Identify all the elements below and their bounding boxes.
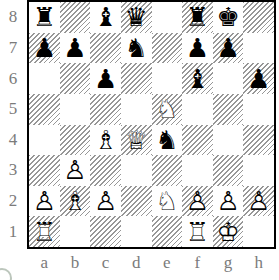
black-pawn-h6[interactable]: ♟ (243, 63, 274, 94)
piece-glyph: ♙ (247, 188, 270, 214)
square-g5[interactable] (213, 94, 244, 125)
square-e7[interactable] (152, 33, 183, 64)
piece-glyph: ♙ (94, 188, 117, 214)
square-a5[interactable] (29, 94, 60, 125)
white-bishop-c4[interactable]: ♝♗ (90, 125, 121, 156)
piece-glyph: ♖ (33, 219, 56, 245)
piece-glyph: ♙ (63, 157, 86, 183)
square-f8[interactable]: ♜ (182, 2, 213, 33)
square-e1[interactable] (152, 216, 183, 247)
square-d5[interactable] (121, 94, 152, 125)
rank-label-8: 8 (0, 2, 26, 33)
white-rook-f1[interactable]: ♜♖ (182, 216, 213, 247)
square-g2[interactable]: ♟♙ (213, 186, 244, 217)
piece-glyph: ♔ (216, 219, 239, 245)
rank-label-5: 5 (0, 94, 26, 125)
square-f3[interactable] (182, 155, 213, 186)
black-rook-a8[interactable]: ♜ (29, 2, 60, 33)
black-pawn-g7[interactable]: ♟ (213, 33, 244, 64)
rank-label-4: 4 (0, 125, 26, 156)
square-c8[interactable]: ♝ (90, 2, 121, 33)
piece-glyph: ♟ (94, 66, 117, 92)
piece-glyph: ♗ (94, 127, 117, 153)
black-knight-d7[interactable]: ♞ (121, 33, 152, 64)
square-a2[interactable]: ♟♙ (29, 186, 60, 217)
square-b2[interactable]: ♝♗ (60, 186, 91, 217)
square-c6[interactable]: ♟ (90, 63, 121, 94)
black-queen-d8[interactable]: ♛ (121, 2, 152, 33)
rank-labels: 87654321 (0, 2, 26, 247)
piece-glyph: ♝ (186, 66, 209, 92)
piece-glyph: ♟ (216, 35, 239, 61)
square-b3[interactable]: ♟♙ (60, 155, 91, 186)
file-label-a: a (29, 250, 60, 276)
black-king-g8[interactable]: ♚ (213, 2, 244, 33)
piece-glyph: ♟ (186, 35, 209, 61)
black-bishop-c8[interactable]: ♝ (90, 2, 121, 33)
square-e2[interactable]: ♞♘ (152, 186, 183, 217)
black-pawn-c6[interactable]: ♟ (90, 63, 121, 94)
square-g3[interactable] (213, 155, 244, 186)
piece-glyph: ♘ (155, 96, 178, 122)
piece-glyph: ♚ (216, 4, 239, 30)
black-bishop-f6[interactable]: ♝ (182, 63, 213, 94)
square-d2[interactable] (121, 186, 152, 217)
square-f2[interactable]: ♟♙ (182, 186, 213, 217)
square-a7[interactable]: ♟ (29, 33, 60, 64)
rank-label-6: 6 (0, 63, 26, 94)
piece-glyph: ♞ (125, 35, 148, 61)
white-pawn-g2[interactable]: ♟♙ (213, 186, 244, 217)
file-label-b: b (60, 250, 91, 276)
white-knight-e2[interactable]: ♞♘ (152, 186, 183, 217)
file-label-h: h (243, 250, 274, 276)
file-labels: abcdefgh (29, 250, 274, 276)
square-h3[interactable] (243, 155, 274, 186)
rank-label-7: 7 (0, 33, 26, 64)
piece-glyph: ♞ (155, 127, 178, 153)
piece-glyph: ♝ (94, 4, 117, 30)
piece-glyph: ♟ (63, 35, 86, 61)
square-d4[interactable]: ♛♕ (121, 125, 152, 156)
rank-label-3: 3 (0, 155, 26, 186)
square-h8[interactable] (243, 2, 274, 33)
square-a4[interactable] (29, 125, 60, 156)
file-label-c: c (90, 250, 121, 276)
piece-glyph: ♜ (33, 4, 56, 30)
white-pawn-h2[interactable]: ♟♙ (243, 186, 274, 217)
square-e8[interactable] (152, 2, 183, 33)
square-e3[interactable] (152, 155, 183, 186)
square-c2[interactable]: ♟♙ (90, 186, 121, 217)
piece-glyph: ♗ (63, 188, 86, 214)
square-b4[interactable] (60, 125, 91, 156)
square-c3[interactable] (90, 155, 121, 186)
square-g8[interactable]: ♚ (213, 2, 244, 33)
square-b7[interactable]: ♟ (60, 33, 91, 64)
white-rook-a1[interactable]: ♜♖ (29, 216, 60, 247)
square-c4[interactable]: ♝♗ (90, 125, 121, 156)
square-d6[interactable] (121, 63, 152, 94)
square-g6[interactable] (213, 63, 244, 94)
square-h1[interactable] (243, 216, 274, 247)
corner-watermark-arc (0, 268, 12, 280)
white-knight-e5[interactable]: ♞♘ (152, 94, 183, 125)
rank-label-1: 1 (0, 216, 26, 247)
piece-glyph: ♕ (125, 127, 148, 153)
square-b1[interactable] (60, 216, 91, 247)
square-f4[interactable] (182, 125, 213, 156)
piece-glyph: ♟ (33, 35, 56, 61)
white-pawn-b3[interactable]: ♟♙ (60, 155, 91, 186)
piece-glyph: ♙ (186, 188, 209, 214)
square-a1[interactable]: ♜♖ (29, 216, 60, 247)
square-h2[interactable]: ♟♙ (243, 186, 274, 217)
square-e5[interactable]: ♞♘ (152, 94, 183, 125)
chess-diagram: 87654321 ♜♝♛♜♚♟♟♞♟♟♟♝♟♞♘♝♗♛♕♞♟♙♟♙♝♗♟♙♞♘♟… (0, 0, 279, 280)
square-h4[interactable] (243, 125, 274, 156)
board: ♜♝♛♜♚♟♟♞♟♟♟♝♟♞♘♝♗♛♕♞♟♙♟♙♝♗♟♙♞♘♟♙♟♙♟♙♜♖♜♖… (27, 0, 276, 249)
white-king-g1[interactable]: ♚♔ (213, 216, 244, 247)
square-a3[interactable] (29, 155, 60, 186)
black-rook-f8[interactable]: ♜ (182, 2, 213, 33)
square-d1[interactable] (121, 216, 152, 247)
white-pawn-f2[interactable]: ♟♙ (182, 186, 213, 217)
square-b8[interactable] (60, 2, 91, 33)
white-pawn-a2[interactable]: ♟♙ (29, 186, 60, 217)
square-h5[interactable] (243, 94, 274, 125)
file-label-d: d (121, 250, 152, 276)
black-knight-e4[interactable]: ♞ (152, 125, 183, 156)
file-label-e: e (152, 250, 183, 276)
black-pawn-f7[interactable]: ♟ (182, 33, 213, 64)
square-d8[interactable]: ♛ (121, 2, 152, 33)
square-g4[interactable] (213, 125, 244, 156)
square-a6[interactable] (29, 63, 60, 94)
square-f6[interactable]: ♝ (182, 63, 213, 94)
square-c5[interactable] (90, 94, 121, 125)
white-bishop-b2[interactable]: ♝♗ (60, 186, 91, 217)
square-g1[interactable]: ♚♔ (213, 216, 244, 247)
file-label-g: g (213, 250, 244, 276)
square-f1[interactable]: ♜♖ (182, 216, 213, 247)
square-f7[interactable]: ♟ (182, 33, 213, 64)
square-e6[interactable] (152, 63, 183, 94)
square-h7[interactable] (243, 33, 274, 64)
piece-glyph: ♟ (247, 66, 270, 92)
square-g7[interactable]: ♟ (213, 33, 244, 64)
square-b6[interactable] (60, 63, 91, 94)
square-c1[interactable] (90, 216, 121, 247)
square-e4[interactable]: ♞ (152, 125, 183, 156)
piece-glyph: ♘ (155, 188, 178, 214)
piece-glyph: ♖ (186, 219, 209, 245)
square-d7[interactable]: ♞ (121, 33, 152, 64)
piece-glyph: ♛ (125, 4, 148, 30)
piece-glyph: ♙ (216, 188, 239, 214)
piece-glyph: ♙ (33, 188, 56, 214)
square-d3[interactable] (121, 155, 152, 186)
white-queen-d4[interactable]: ♛♕ (121, 125, 152, 156)
white-pawn-c2[interactable]: ♟♙ (90, 186, 121, 217)
piece-glyph: ♜ (186, 4, 209, 30)
black-pawn-a7[interactable]: ♟ (29, 33, 60, 64)
square-b5[interactable] (60, 94, 91, 125)
square-h6[interactable]: ♟ (243, 63, 274, 94)
square-f5[interactable] (182, 94, 213, 125)
file-label-f: f (182, 250, 213, 276)
square-c7[interactable] (90, 33, 121, 64)
square-a8[interactable]: ♜ (29, 2, 60, 33)
black-pawn-b7[interactable]: ♟ (60, 33, 91, 64)
rank-label-2: 2 (0, 186, 26, 217)
